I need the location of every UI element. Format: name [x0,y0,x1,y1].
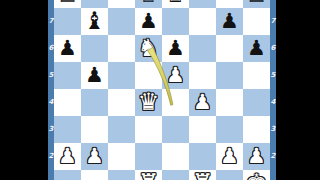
rank-label-right-3: 3 [270,116,276,143]
piece-black-bishop-b7[interactable]: ♝ [81,8,108,35]
piece-black-pawn-g7[interactable]: ♟ [216,8,243,35]
square-b4[interactable] [81,89,108,116]
square-c4[interactable] [108,89,135,116]
square-f8[interactable] [189,0,216,8]
rank-label-right-4: 4 [270,89,276,116]
square-c7[interactable] [108,8,135,35]
piece-white-pawn-e5[interactable]: ♟ [162,62,189,89]
square-d2[interactable] [135,143,162,170]
square-h5[interactable] [243,62,270,89]
square-f2[interactable] [189,143,216,170]
square-h4[interactable] [243,89,270,116]
square-c1[interactable] [108,170,135,180]
piece-white-rook-f1[interactable]: ♜ [189,170,216,180]
square-e3[interactable] [162,116,189,143]
square-b3[interactable] [81,116,108,143]
piece-white-pawn-b2[interactable]: ♟ [81,143,108,170]
video-frame: 765432 765432 ♜♛♚♜♝♟♟♟♞♟♟♟♟♛♟♟♟♟♟♜♜♚ [0,0,320,180]
piece-white-king-h1[interactable]: ♚ [243,170,270,180]
piece-white-knight-d6[interactable]: ♞ [135,35,162,62]
piece-white-pawn-f4[interactable]: ♟ [189,89,216,116]
square-e7[interactable] [162,8,189,35]
piece-black-pawn-e6[interactable]: ♟ [162,35,189,62]
square-d3[interactable] [135,116,162,143]
square-a3[interactable] [54,116,81,143]
piece-black-pawn-b5[interactable]: ♟ [81,62,108,89]
square-d5[interactable] [135,62,162,89]
square-e2[interactable] [162,143,189,170]
square-b1[interactable] [81,170,108,180]
square-g6[interactable] [216,35,243,62]
piece-black-rook-h8[interactable]: ♜ [243,0,270,8]
square-h3[interactable] [243,116,270,143]
board-frame-right: 765432 [270,0,276,180]
piece-white-pawn-h2[interactable]: ♟ [243,143,270,170]
square-g5[interactable] [216,62,243,89]
piece-black-king-e8[interactable]: ♚ [162,0,189,8]
square-c3[interactable] [108,116,135,143]
square-a4[interactable] [54,89,81,116]
rank-label-right-5: 5 [270,62,276,89]
right-letterbox-bar [276,0,320,180]
piece-black-queen-d8[interactable]: ♛ [135,0,162,8]
square-a7[interactable] [54,8,81,35]
square-b6[interactable] [81,35,108,62]
rank-label-right-2: 2 [270,143,276,170]
square-a1[interactable] [54,170,81,180]
square-c2[interactable] [108,143,135,170]
square-a5[interactable] [54,62,81,89]
square-c5[interactable] [108,62,135,89]
square-e4[interactable] [162,89,189,116]
square-g4[interactable] [216,89,243,116]
left-letterbox-bar [0,0,48,180]
square-f5[interactable] [189,62,216,89]
piece-white-pawn-a2[interactable]: ♟ [54,143,81,170]
piece-white-queen-d4[interactable]: ♛ [135,89,162,116]
piece-white-pawn-g2[interactable]: ♟ [216,143,243,170]
square-f7[interactable] [189,8,216,35]
piece-black-pawn-h6[interactable]: ♟ [243,35,270,62]
piece-white-rook-d1[interactable]: ♜ [135,170,162,180]
square-f3[interactable] [189,116,216,143]
square-c8[interactable] [108,0,135,8]
square-g8[interactable] [216,0,243,8]
square-e1[interactable] [162,170,189,180]
piece-black-rook-a8[interactable]: ♜ [54,0,81,8]
rank-label-right-6: 6 [270,35,276,62]
piece-black-pawn-a6[interactable]: ♟ [54,35,81,62]
square-f6[interactable] [189,35,216,62]
piece-black-pawn-d7[interactable]: ♟ [135,8,162,35]
rank-label-right-7: 7 [270,8,276,35]
square-c6[interactable] [108,35,135,62]
square-g1[interactable] [216,170,243,180]
chessboard[interactable]: ♜♛♚♜♝♟♟♟♞♟♟♟♟♛♟♟♟♟♟♜♜♚ [54,0,270,180]
square-g3[interactable] [216,116,243,143]
square-h7[interactable] [243,8,270,35]
